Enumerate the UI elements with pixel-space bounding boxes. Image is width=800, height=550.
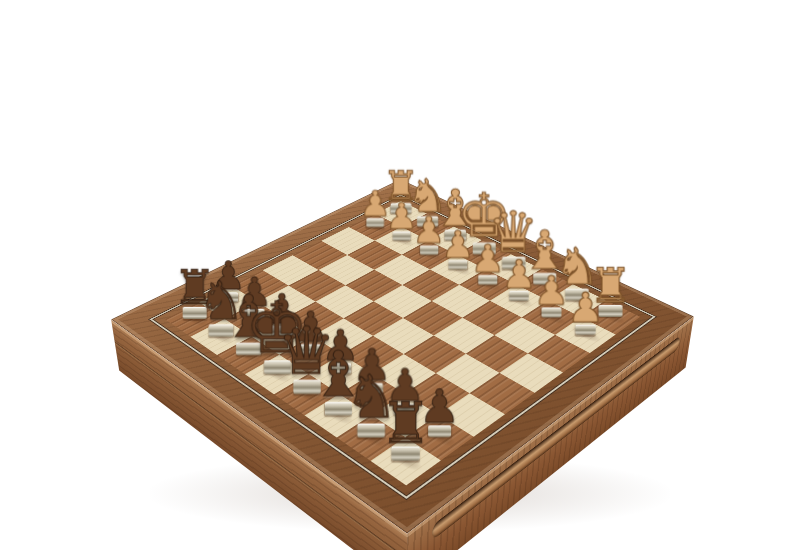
- product-photo-scene: Three-quarter product photo of a modern …: [0, 0, 800, 550]
- piece-body: ♟: [549, 289, 623, 335]
- metal-band: [391, 446, 419, 460]
- piece-body: ♜: [363, 397, 448, 461]
- white-pawn-icon: ♟: [567, 289, 604, 327]
- chess-box: ♜♞♝♛♚♝♞♜♟♟♟♟♟♟♟♟♟♟♟♟♟♟♟♟♜♞♝♛♚♝♞♜: [111, 179, 694, 534]
- metal-band: [575, 324, 595, 334]
- perspective-wrapper: ♜♞♝♛♚♝♞♜♟♟♟♟♟♟♟♟♟♟♟♟♟♟♟♟♜♞♝♛♚♝♞♜: [0, 0, 800, 550]
- black-rook-icon: ♜: [380, 397, 431, 449]
